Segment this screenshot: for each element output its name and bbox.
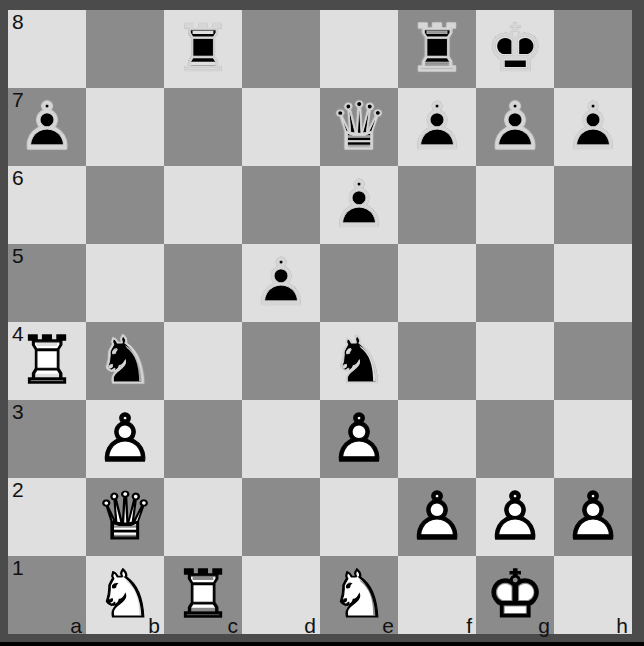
square-g3[interactable] bbox=[476, 400, 554, 478]
square-b2[interactable]: ♛♕ bbox=[86, 478, 164, 556]
square-e6[interactable]: ♟♙ bbox=[320, 166, 398, 244]
square-c4[interactable] bbox=[164, 322, 242, 400]
piece-glyph-outline: ♖ bbox=[164, 10, 242, 88]
square-c3[interactable] bbox=[164, 400, 242, 478]
square-e3[interactable]: ♟♙ bbox=[320, 400, 398, 478]
square-f6[interactable] bbox=[398, 166, 476, 244]
square-a1[interactable]: 1a bbox=[8, 556, 86, 634]
square-f8[interactable]: ♜♖ bbox=[398, 10, 476, 88]
square-g1[interactable]: g♚♔ bbox=[476, 556, 554, 634]
file-label: c bbox=[228, 615, 239, 636]
piece-white-queen[interactable]: ♛♕ bbox=[86, 478, 164, 556]
piece-glyph-outline: ♔ bbox=[476, 10, 554, 88]
square-d5[interactable]: ♟♙ bbox=[242, 244, 320, 322]
piece-glyph-outline: ♕ bbox=[320, 88, 398, 166]
square-f2[interactable]: ♟♙ bbox=[398, 478, 476, 556]
file-label: h bbox=[616, 615, 628, 636]
piece-white-pawn[interactable]: ♟♙ bbox=[554, 478, 632, 556]
square-c6[interactable] bbox=[164, 166, 242, 244]
square-d2[interactable] bbox=[242, 478, 320, 556]
square-d4[interactable] bbox=[242, 322, 320, 400]
rank-label: 6 bbox=[12, 167, 24, 188]
square-h1[interactable]: h bbox=[554, 556, 632, 634]
piece-glyph-outline: ♙ bbox=[86, 400, 164, 478]
piece-glyph-outline: ♙ bbox=[554, 478, 632, 556]
square-h5[interactable] bbox=[554, 244, 632, 322]
square-f5[interactable] bbox=[398, 244, 476, 322]
square-b3[interactable]: ♟♙ bbox=[86, 400, 164, 478]
square-g7[interactable]: ♟♙ bbox=[476, 88, 554, 166]
square-d8[interactable] bbox=[242, 10, 320, 88]
piece-glyph-outline: ♙ bbox=[398, 88, 476, 166]
square-e2[interactable] bbox=[320, 478, 398, 556]
piece-black-pawn[interactable]: ♟♙ bbox=[320, 166, 398, 244]
piece-black-queen[interactable]: ♛♕ bbox=[320, 88, 398, 166]
rank-label: 3 bbox=[12, 401, 24, 422]
square-c1[interactable]: c♜♖ bbox=[164, 556, 242, 634]
square-c7[interactable] bbox=[164, 88, 242, 166]
square-d7[interactable] bbox=[242, 88, 320, 166]
piece-glyph-outline: ♙ bbox=[554, 88, 632, 166]
piece-glyph-outline: ♙ bbox=[476, 88, 554, 166]
square-c8[interactable]: ♜♖ bbox=[164, 10, 242, 88]
square-b1[interactable]: b♞♘ bbox=[86, 556, 164, 634]
rank-label: 2 bbox=[12, 479, 24, 500]
square-a2[interactable]: 2 bbox=[8, 478, 86, 556]
square-a7[interactable]: 7♟♙ bbox=[8, 88, 86, 166]
square-g5[interactable] bbox=[476, 244, 554, 322]
square-f3[interactable] bbox=[398, 400, 476, 478]
file-label: e bbox=[382, 615, 394, 636]
file-label: b bbox=[148, 615, 160, 636]
file-label: g bbox=[538, 615, 550, 636]
square-g6[interactable] bbox=[476, 166, 554, 244]
board-frame: 8♜♖♜♖♚♔7♟♙♛♕♟♙♟♙♟♙6♟♙5♟♙4♜♖♞♘♞♘3♟♙♟♙2♛♕♟… bbox=[0, 0, 644, 646]
square-f1[interactable]: f bbox=[398, 556, 476, 634]
square-d3[interactable] bbox=[242, 400, 320, 478]
piece-glyph-outline: ♖ bbox=[398, 10, 476, 88]
square-e7[interactable]: ♛♕ bbox=[320, 88, 398, 166]
piece-white-pawn[interactable]: ♟♙ bbox=[398, 478, 476, 556]
square-a3[interactable]: 3 bbox=[8, 400, 86, 478]
chess-board: 8♜♖♜♖♚♔7♟♙♛♕♟♙♟♙♟♙6♟♙5♟♙4♜♖♞♘♞♘3♟♙♟♙2♛♕♟… bbox=[8, 10, 632, 634]
square-f7[interactable]: ♟♙ bbox=[398, 88, 476, 166]
square-a4[interactable]: 4♜♖ bbox=[8, 322, 86, 400]
square-h7[interactable]: ♟♙ bbox=[554, 88, 632, 166]
square-g8[interactable]: ♚♔ bbox=[476, 10, 554, 88]
rank-label: 8 bbox=[12, 11, 24, 32]
square-h8[interactable] bbox=[554, 10, 632, 88]
piece-white-pawn[interactable]: ♟♙ bbox=[86, 400, 164, 478]
square-a8[interactable]: 8 bbox=[8, 10, 86, 88]
piece-black-knight[interactable]: ♞♘ bbox=[86, 322, 164, 400]
piece-black-pawn[interactable]: ♟♙ bbox=[476, 88, 554, 166]
file-label: a bbox=[70, 615, 82, 636]
piece-glyph-outline: ♙ bbox=[476, 478, 554, 556]
square-b5[interactable] bbox=[86, 244, 164, 322]
piece-glyph-outline: ♙ bbox=[320, 400, 398, 478]
rank-label: 1 bbox=[12, 557, 24, 578]
square-b4[interactable]: ♞♘ bbox=[86, 322, 164, 400]
square-h3[interactable] bbox=[554, 400, 632, 478]
square-b7[interactable] bbox=[86, 88, 164, 166]
square-g2[interactable]: ♟♙ bbox=[476, 478, 554, 556]
square-e4[interactable]: ♞♘ bbox=[320, 322, 398, 400]
square-g4[interactable] bbox=[476, 322, 554, 400]
piece-glyph-outline: ♘ bbox=[86, 322, 164, 400]
square-h6[interactable] bbox=[554, 166, 632, 244]
file-label: f bbox=[466, 615, 472, 636]
piece-glyph-outline: ♙ bbox=[320, 166, 398, 244]
square-h4[interactable] bbox=[554, 322, 632, 400]
piece-black-knight[interactable]: ♞♘ bbox=[320, 322, 398, 400]
square-a6[interactable]: 6 bbox=[8, 166, 86, 244]
square-d1[interactable]: d bbox=[242, 556, 320, 634]
file-label: d bbox=[304, 615, 316, 636]
rank-label: 5 bbox=[12, 245, 24, 266]
rank-label: 4 bbox=[12, 323, 24, 344]
piece-black-pawn[interactable]: ♟♙ bbox=[398, 88, 476, 166]
piece-black-rook[interactable]: ♜♖ bbox=[164, 10, 242, 88]
square-d6[interactable] bbox=[242, 166, 320, 244]
square-c5[interactable] bbox=[164, 244, 242, 322]
piece-black-pawn[interactable]: ♟♙ bbox=[554, 88, 632, 166]
piece-glyph-outline: ♕ bbox=[86, 478, 164, 556]
square-e5[interactable] bbox=[320, 244, 398, 322]
piece-black-king[interactable]: ♚♔ bbox=[476, 10, 554, 88]
square-h2[interactable]: ♟♙ bbox=[554, 478, 632, 556]
square-c2[interactable] bbox=[164, 478, 242, 556]
square-f4[interactable] bbox=[398, 322, 476, 400]
piece-black-pawn[interactable]: ♟♙ bbox=[242, 244, 320, 322]
square-e1[interactable]: e♞♘ bbox=[320, 556, 398, 634]
square-b6[interactable] bbox=[86, 166, 164, 244]
square-e8[interactable] bbox=[320, 10, 398, 88]
rank-label: 7 bbox=[12, 89, 24, 110]
piece-black-rook[interactable]: ♜♖ bbox=[398, 10, 476, 88]
piece-white-pawn[interactable]: ♟♙ bbox=[320, 400, 398, 478]
piece-glyph-outline: ♘ bbox=[320, 322, 398, 400]
square-a5[interactable]: 5 bbox=[8, 244, 86, 322]
piece-glyph-outline: ♙ bbox=[242, 244, 320, 322]
piece-white-pawn[interactable]: ♟♙ bbox=[476, 478, 554, 556]
square-b8[interactable] bbox=[86, 10, 164, 88]
piece-glyph-outline: ♙ bbox=[398, 478, 476, 556]
